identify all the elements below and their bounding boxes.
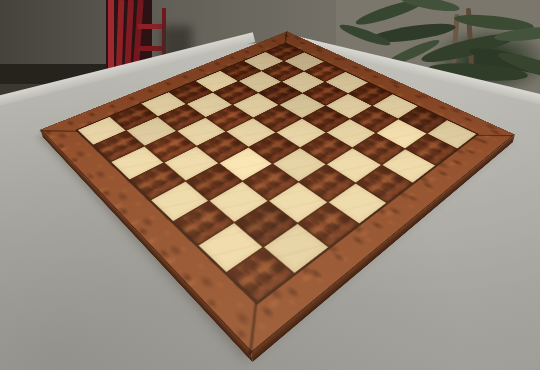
board-square <box>249 132 300 163</box>
board-square <box>219 147 272 180</box>
board-square <box>151 181 208 221</box>
board-square <box>174 201 234 245</box>
board-square <box>329 183 387 223</box>
board-square <box>328 148 381 182</box>
scene <box>0 0 540 370</box>
board-square <box>94 131 144 161</box>
board-square <box>382 149 435 183</box>
board-square <box>300 165 355 202</box>
playing-field <box>78 44 476 302</box>
board-square <box>298 203 359 247</box>
board-square <box>273 148 326 182</box>
board-square <box>210 182 268 222</box>
board-square <box>264 224 328 273</box>
board-square <box>236 202 296 246</box>
board-square <box>145 131 195 162</box>
board-square <box>357 165 412 202</box>
board-square <box>227 247 294 301</box>
frame-miter-joint <box>249 303 258 355</box>
board-square <box>111 146 163 179</box>
frame-miter-joint <box>40 130 78 132</box>
board-square <box>199 223 262 272</box>
board-square <box>243 164 298 201</box>
board-square <box>406 134 457 165</box>
chessboard-area <box>0 0 540 370</box>
board-square <box>301 133 352 164</box>
board-square <box>186 164 241 200</box>
board-square <box>130 163 185 199</box>
board-square <box>165 147 217 180</box>
board-square <box>197 132 247 163</box>
frame-miter-joint <box>475 135 514 137</box>
board-square <box>269 182 327 222</box>
board-square <box>353 133 404 164</box>
chess-board <box>40 31 515 353</box>
